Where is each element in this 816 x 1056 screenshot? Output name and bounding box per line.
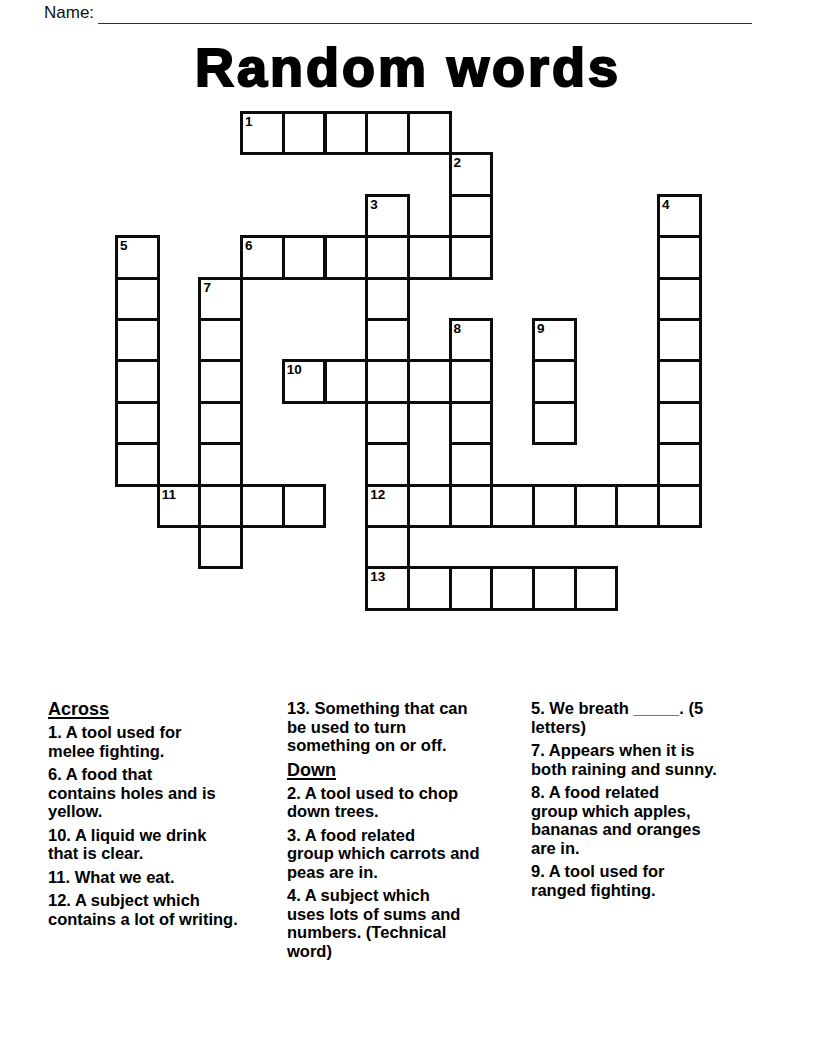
clue-13: 13. Something that can be used to turn s… [287, 699, 539, 755]
clue-text: A tool used to chop down trees. [287, 784, 458, 821]
grid-cell-r2c13[interactable]: 4 [657, 194, 702, 238]
grid-cell-r6c0[interactable] [115, 359, 160, 403]
clue-text: A subject which contains a lot of writin… [48, 891, 238, 928]
grid-cell-r0c4[interactable] [282, 111, 327, 155]
clue-number-label: 8. [531, 783, 549, 801]
clue-number-label: 11. [48, 868, 75, 886]
grid-cell-r9c12[interactable] [615, 484, 660, 528]
cell-number-13: 13 [368, 569, 407, 584]
clue-2: 2. A tool used to chop down trees. [287, 784, 539, 821]
clue-text: A food related group which carrots and p… [287, 826, 480, 881]
clue-text: A tool used for ranged fighting. [531, 862, 665, 899]
clue-4: 4. A subject which uses lots of sums and… [287, 886, 539, 960]
grid-cell-r4c2[interactable]: 7 [198, 277, 243, 321]
cell-number-5: 5 [118, 238, 157, 253]
grid-cell-r6c7[interactable] [407, 359, 452, 403]
cell-number-8: 8 [452, 321, 491, 336]
grid-cell-r10c6[interactable] [365, 525, 410, 569]
clue-text: A subject which uses lots of sums and nu… [287, 886, 460, 960]
grid-cell-r0c3[interactable]: 1 [240, 111, 285, 155]
clue-text: What we eat. [75, 868, 175, 886]
cell-number-7: 7 [201, 280, 240, 295]
name-label: Name: [44, 3, 94, 23]
clue-number-label: 10. [48, 826, 75, 844]
grid-cell-r9c13[interactable] [657, 484, 702, 528]
grid-cell-r6c2[interactable] [198, 359, 243, 403]
clue-3: 3. A food related group which carrots an… [287, 826, 539, 882]
grid-cell-r11c11[interactable] [574, 566, 619, 610]
cell-number-2: 2 [452, 155, 491, 170]
clue-text: A food related group which apples, banan… [531, 783, 701, 857]
cell-number-10: 10 [285, 362, 324, 377]
grid-cell-r10c2[interactable] [198, 525, 243, 569]
clue-12: 12. A subject which contains a lot of wr… [48, 891, 300, 928]
grid-cell-r6c13[interactable] [657, 359, 702, 403]
grid-cell-r8c0[interactable] [115, 442, 160, 486]
clue-6: 6. A food that contains holes and is yel… [48, 765, 300, 821]
grid-cell-r2c8[interactable] [449, 194, 494, 238]
grid-cell-r5c0[interactable] [115, 318, 160, 362]
grid-cell-r11c10[interactable] [532, 566, 577, 610]
cell-number-9: 9 [535, 321, 574, 336]
grid-cell-r8c13[interactable] [657, 442, 702, 486]
cell-number-6: 6 [243, 238, 282, 253]
cell-number-1: 1 [243, 114, 282, 129]
grid-cell-r5c6[interactable] [365, 318, 410, 362]
clues-down-header: Down [287, 760, 539, 780]
clue-5: 5. We breath _____. (5 letters) [531, 699, 783, 736]
clue-column-3: 5. We breath _____. (5 letters)7. Appear… [531, 699, 783, 904]
grid-cell-r5c10[interactable]: 9 [532, 318, 577, 362]
clue-column-1: Across1. A tool used for melee fighting.… [48, 699, 300, 933]
clue-11: 11. What we eat. [48, 868, 300, 887]
grid-cell-r5c2[interactable] [198, 318, 243, 362]
clue-number-label: 5. [531, 699, 549, 717]
grid-cell-r7c8[interactable] [449, 401, 494, 445]
clue-10: 10. A liquid we drink that is clear. [48, 826, 300, 863]
grid-cell-r0c7[interactable] [407, 111, 452, 155]
grid-cell-r9c3[interactable] [240, 484, 285, 528]
grid-cell-r5c8[interactable]: 8 [449, 318, 494, 362]
grid-cell-r7c10[interactable] [532, 401, 577, 445]
clue-number-label: 3. [287, 826, 305, 844]
grid-cell-r5c13[interactable] [657, 318, 702, 362]
grid-cell-r9c2[interactable] [198, 484, 243, 528]
grid-cell-r9c4[interactable] [282, 484, 327, 528]
grid-cell-r3c0[interactable]: 5 [115, 235, 160, 279]
clue-8: 8. A food related group which apples, ba… [531, 783, 783, 857]
grid-cell-r0c5[interactable] [324, 111, 369, 155]
grid-cell-r3c4[interactable] [282, 235, 327, 279]
grid-cell-r3c8[interactable] [449, 235, 494, 279]
grid-cell-r4c0[interactable] [115, 277, 160, 321]
clue-text: A food that contains holes and is yellow… [48, 765, 216, 820]
grid-cell-r8c2[interactable] [198, 442, 243, 486]
clue-text: Something that can be used to turn somet… [287, 699, 468, 754]
clue-text: We breath _____. (5 letters) [531, 699, 703, 736]
clue-number-label: 7. [531, 741, 549, 759]
clue-text: A tool used for melee fighting. [48, 723, 182, 760]
grid-cell-r2c6[interactable]: 3 [365, 194, 410, 238]
grid-cell-r9c8[interactable] [449, 484, 494, 528]
clue-number-label: 2. [287, 784, 305, 802]
cell-number-4: 4 [660, 197, 699, 212]
clue-number-label: 9. [531, 862, 549, 880]
grid-cell-r7c6[interactable] [365, 401, 410, 445]
clue-text: Appears when it is both raining and sunn… [531, 741, 717, 778]
grid-cell-r3c3[interactable]: 6 [240, 235, 285, 279]
grid-cell-r1c8[interactable]: 2 [449, 152, 494, 196]
clue-column-2: 13. Something that can be used to turn s… [287, 699, 539, 965]
grid-cell-r3c5[interactable] [324, 235, 369, 279]
name-blank-line[interactable] [98, 23, 752, 24]
grid-cell-r6c8[interactable] [449, 359, 494, 403]
clue-9: 9. A tool used for ranged fighting. [531, 862, 783, 899]
grid-cell-r3c7[interactable] [407, 235, 452, 279]
grid-cell-r11c7[interactable] [407, 566, 452, 610]
grid-cell-r11c9[interactable] [490, 566, 535, 610]
grid-cell-r3c13[interactable] [657, 235, 702, 279]
grid-cell-r6c4[interactable]: 10 [282, 359, 327, 403]
grid-cell-r0c6[interactable] [365, 111, 410, 155]
grid-cell-r11c6[interactable]: 13 [365, 566, 410, 610]
clue-number-label: 6. [48, 765, 66, 783]
cell-number-11: 11 [160, 487, 199, 502]
clue-number-label: 1. [48, 723, 66, 741]
grid-cell-r9c7[interactable] [407, 484, 452, 528]
grid-cell-r8c8[interactable] [449, 442, 494, 486]
grid-cell-r11c8[interactable] [449, 566, 494, 610]
grid-cell-r7c2[interactable] [198, 401, 243, 445]
grid-cell-r9c11[interactable] [574, 484, 619, 528]
puzzle-title: Random words [0, 36, 816, 98]
cell-number-12: 12 [368, 487, 407, 502]
cell-number-3: 3 [368, 197, 407, 212]
clue-1: 1. A tool used for melee fighting. [48, 723, 300, 760]
grid-cell-r6c5[interactable] [324, 359, 369, 403]
grid-cell-r7c0[interactable] [115, 401, 160, 445]
grid-cell-r9c6[interactable]: 12 [365, 484, 410, 528]
clue-number-label: 13. [287, 699, 315, 717]
clue-7: 7. Appears when it is both raining and s… [531, 741, 783, 778]
grid-cell-r9c10[interactable] [532, 484, 577, 528]
grid-cell-r9c1[interactable]: 11 [157, 484, 202, 528]
crossword-grid: 12345678910111213 [115, 111, 703, 611]
worksheet-page: Name: Random words 12345678910111213 Acr… [0, 0, 816, 1056]
grid-cell-r9c9[interactable] [490, 484, 535, 528]
grid-cell-r4c6[interactable] [365, 277, 410, 321]
grid-cell-r4c13[interactable] [657, 277, 702, 321]
clue-number-label: 12. [48, 891, 75, 909]
grid-cell-r6c10[interactable] [532, 359, 577, 403]
grid-cell-r7c13[interactable] [657, 401, 702, 445]
clues-across-header: Across [48, 699, 300, 719]
clue-number-label: 4. [287, 886, 305, 904]
grid-cell-r8c6[interactable] [365, 442, 410, 486]
grid-cell-r6c6[interactable] [365, 359, 410, 403]
grid-cell-r3c6[interactable] [365, 235, 410, 279]
